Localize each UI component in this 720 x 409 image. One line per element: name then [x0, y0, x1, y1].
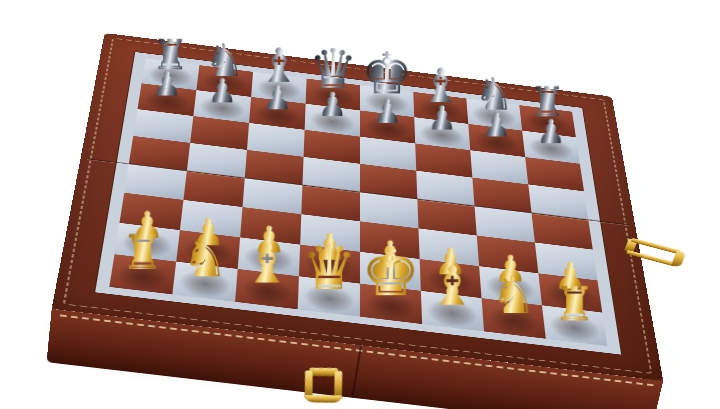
piece-gold-bishop[interactable]: ♝ [418, 260, 487, 314]
rook-glyph: ♜ [554, 281, 596, 328]
piece-gold-knight[interactable]: ♞ [479, 269, 547, 320]
square-e5[interactable] [360, 164, 417, 199]
piece-gold-queen[interactable]: ♛ [295, 236, 364, 298]
bishop-glyph: ♝ [428, 260, 476, 314]
king-glyph: ♚ [361, 239, 421, 306]
scene: ♜♞♝♛♚♝♞♜♟♟♟♟♟♟♟♟♟♟♟♟♟♟♟♟♜♞♝♛♚♝♞♜ [0, 0, 720, 409]
piece-gold-king[interactable]: ♚ [356, 239, 425, 306]
piece-gold-rook[interactable]: ♜ [540, 281, 608, 328]
knight-glyph: ♞ [491, 269, 537, 320]
latch-bar [304, 395, 341, 403]
product-photo: ♜♞♝♛♚♝♞♜♟♟♟♟♟♟♟♟♟♟♟♟♟♟♟♟♜♞♝♛♚♝♞♜ [0, 0, 720, 409]
chess-case: ♜♞♝♛♚♝♞♜♟♟♟♟♟♟♟♟♟♟♟♟♟♟♟♟♜♞♝♛♚♝♞♜ [52, 33, 664, 381]
bishop-glyph: ♝ [243, 237, 291, 291]
queen-glyph: ♛ [301, 236, 357, 298]
piece-gold-bishop[interactable]: ♝ [233, 237, 302, 291]
knight-glyph: ♞ [182, 232, 228, 284]
piece-gold-knight[interactable]: ♞ [171, 232, 240, 284]
latch-mount-plate [309, 368, 338, 377]
rook-glyph: ♜ [122, 229, 165, 277]
fold-seam-front [351, 345, 362, 398]
front-latch-clasp [298, 368, 349, 403]
piece-gold-rook[interactable]: ♜ [108, 229, 177, 277]
